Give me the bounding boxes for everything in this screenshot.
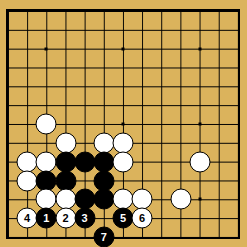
move-3-black-stone: 3 — [74, 208, 95, 229]
white-stone — [17, 170, 38, 191]
white-stone — [189, 151, 210, 172]
move-6-white-stone: 6 — [132, 208, 153, 229]
move-5-black-stone: 5 — [113, 208, 134, 229]
black-stone — [93, 151, 114, 172]
white-stone — [36, 114, 57, 135]
star-point — [198, 123, 201, 126]
star-point — [122, 47, 125, 50]
star-point — [122, 123, 125, 126]
black-stone — [55, 151, 76, 172]
black-stone — [74, 151, 95, 172]
white-stone — [113, 151, 134, 172]
star-point — [45, 47, 48, 50]
board-grid: 4123567 — [8, 11, 238, 237]
move-4-white-stone: 4 — [17, 208, 38, 229]
go-diagram: 4123567 — [0, 0, 247, 247]
move-7-black-stone: 7 — [93, 227, 114, 247]
move-2-white-stone: 2 — [55, 208, 76, 229]
move-1-black-stone: 1 — [36, 208, 57, 229]
star-point — [198, 198, 201, 201]
white-stone — [36, 151, 57, 172]
black-stone — [93, 189, 114, 210]
star-point — [198, 47, 201, 50]
go-board: 4123567 — [6, 9, 240, 239]
white-stone — [170, 189, 191, 210]
white-stone — [17, 151, 38, 172]
